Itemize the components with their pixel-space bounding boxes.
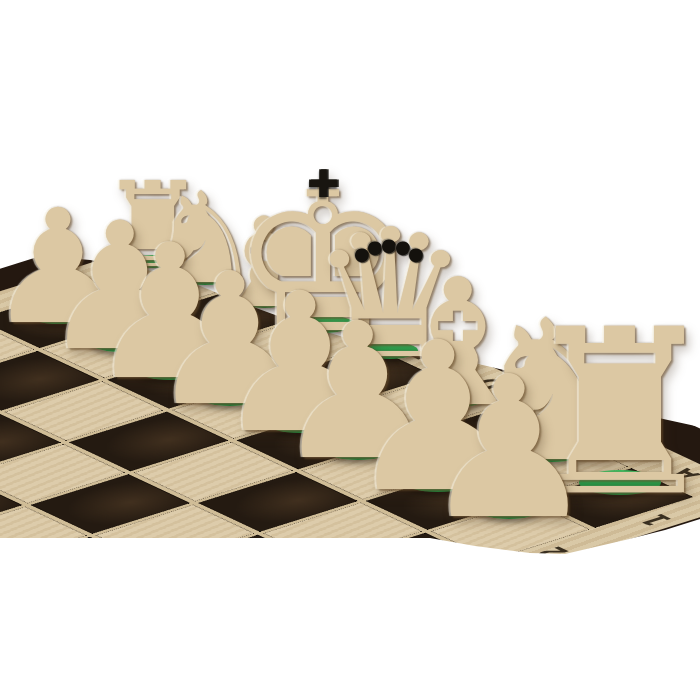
piece-glyph: ♟ — [349, 350, 669, 546]
product-photo-background: ABCDEFGH12345678 ♜♞♝♚✚♛●●●●●♝♞♜♟♟♟♟♟♟♟♟ — [0, 0, 700, 700]
pieces-layer: ♜♞♝♚✚♛●●●●●♝♞♜♟♟♟♟♟♟♟♟ — [0, 0, 700, 700]
white-pawn-a2[interactable]: ♟ — [349, 350, 669, 546]
